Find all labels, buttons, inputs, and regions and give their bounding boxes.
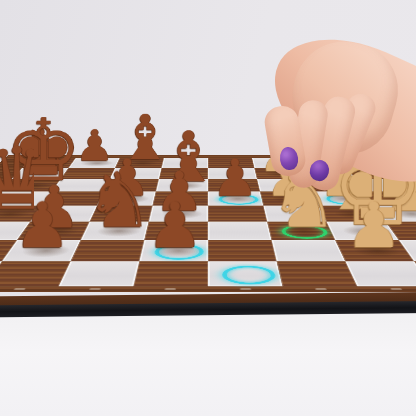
square-b4[interactable] (208, 240, 277, 261)
square-b5[interactable]: ♟ (139, 240, 208, 261)
square-c4[interactable] (208, 222, 272, 240)
square-a3[interactable] (277, 261, 358, 286)
border-coordinate-mark (240, 288, 252, 289)
square-b2[interactable]: ♟ (335, 240, 414, 261)
square-b7[interactable]: ♟ (2, 240, 81, 261)
dark-pawn-e4[interactable]: ♟ (208, 157, 262, 199)
light-pawn-b2[interactable]: ♟ (341, 200, 407, 252)
square-a4[interactable] (208, 261, 283, 286)
scene: ♟♝♟♜♞♟♞♚♝♟♟♟♟♛♛♟♝♟♟♞♞♚♜♟♟♟ (0, 0, 416, 416)
board-grid: ♟♝♟♜♞♟♞♚♝♟♟♟♟♛♛♟♝♟♟♞♞♚♜♟♟♟ (0, 158, 416, 286)
chess-board[interactable]: ♟♝♟♜♞♟♞♚♝♟♟♟♟♛♛♟♝♟♟♞♞♚♜♟♟♟ (0, 155, 416, 292)
square-b3[interactable] (272, 240, 346, 261)
light-knight-c3[interactable]: ♞ (270, 169, 332, 231)
border-coordinate-mark (390, 288, 403, 289)
square-a2[interactable] (345, 261, 416, 286)
square-d4[interactable] (208, 206, 267, 222)
border-coordinate-mark (13, 288, 26, 289)
square-a5[interactable] (133, 261, 208, 286)
board-perspective: ♟♝♟♜♞♟♞♚♝♟♟♟♟♛♛♟♝♟♟♞♞♚♜♟♟♟ (0, 0, 416, 416)
dark-pawn-b5[interactable]: ♟ (142, 200, 208, 252)
led-ring-a4 (222, 266, 278, 285)
border-coordinate-mark (164, 288, 176, 289)
square-e4[interactable]: ♟ (208, 192, 263, 206)
dark-rook-b8[interactable]: ♜ (0, 194, 9, 251)
square-c3[interactable]: ♞ (267, 222, 335, 240)
square-c6[interactable]: ♞ (81, 222, 149, 240)
dark-knight-c6[interactable]: ♞ (85, 169, 147, 231)
square-a6[interactable] (59, 261, 140, 286)
border-coordinate-mark (89, 288, 101, 289)
border-coordinate-mark (315, 288, 327, 289)
square-b6[interactable] (71, 240, 145, 261)
dark-pawn-b7[interactable]: ♟ (9, 200, 75, 252)
